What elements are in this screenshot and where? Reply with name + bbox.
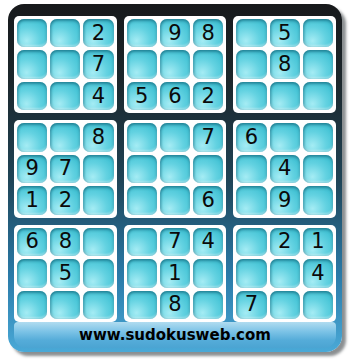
cell-r9c9[interactable] xyxy=(303,291,333,319)
cell-r8c2[interactable]: 5 xyxy=(50,259,80,287)
cell-r1c2[interactable] xyxy=(50,19,80,47)
cell-r8c9[interactable]: 4 xyxy=(303,259,333,287)
cell-r7c7[interactable] xyxy=(236,228,266,256)
cell-r6c5[interactable] xyxy=(160,186,190,214)
cell-r9c8[interactable] xyxy=(270,291,300,319)
cell-r3c4[interactable]: 5 xyxy=(127,82,157,110)
cell-r3c2[interactable] xyxy=(50,82,80,110)
cell-r1c1[interactable] xyxy=(17,19,47,47)
box-r3c3: 2 1 4 7 xyxy=(233,225,336,322)
cell-r4c3[interactable]: 8 xyxy=(83,123,113,151)
cell-r5c2[interactable]: 7 xyxy=(50,155,80,183)
cell-r4c4[interactable] xyxy=(127,123,157,151)
cell-r3c7[interactable] xyxy=(236,82,266,110)
cell-r4c5[interactable] xyxy=(160,123,190,151)
cell-r5c1[interactable]: 9 xyxy=(17,155,47,183)
cell-r4c9[interactable] xyxy=(303,123,333,151)
box-r1c2: 9 8 5 6 2 xyxy=(124,16,227,113)
cell-r5c4[interactable] xyxy=(127,155,157,183)
cell-r7c6[interactable]: 4 xyxy=(193,228,223,256)
box-r3c1: 6 8 5 xyxy=(14,225,117,322)
cell-r7c9[interactable]: 1 xyxy=(303,228,333,256)
cell-r8c1[interactable] xyxy=(17,259,47,287)
cell-r3c6[interactable]: 2 xyxy=(193,82,223,110)
cell-r2c8[interactable]: 8 xyxy=(270,50,300,78)
sudoku-grid: 2 7 4 9 8 5 6 2 5 8 xyxy=(14,16,336,322)
cell-r7c4[interactable] xyxy=(127,228,157,256)
cell-r6c8[interactable]: 9 xyxy=(270,186,300,214)
cell-r7c8[interactable]: 2 xyxy=(270,228,300,256)
cell-r2c1[interactable] xyxy=(17,50,47,78)
cell-r9c2[interactable] xyxy=(50,291,80,319)
cell-r4c1[interactable] xyxy=(17,123,47,151)
cell-r8c7[interactable] xyxy=(236,259,266,287)
box-r2c2: 7 6 xyxy=(124,120,227,217)
cell-r3c3[interactable]: 4 xyxy=(83,82,113,110)
box-r2c1: 8 9 7 1 2 xyxy=(14,120,117,217)
cell-r8c6[interactable] xyxy=(193,259,223,287)
cell-r6c6[interactable]: 6 xyxy=(193,186,223,214)
cell-r6c3[interactable] xyxy=(83,186,113,214)
cell-r4c6[interactable]: 7 xyxy=(193,123,223,151)
cell-r9c3[interactable] xyxy=(83,291,113,319)
cell-r5c6[interactable] xyxy=(193,155,223,183)
cell-r1c9[interactable] xyxy=(303,19,333,47)
website-link[interactable]: www.sudokusweb.com xyxy=(79,326,271,344)
cell-r1c7[interactable] xyxy=(236,19,266,47)
cell-r6c9[interactable] xyxy=(303,186,333,214)
cell-r5c3[interactable] xyxy=(83,155,113,183)
cell-r1c6[interactable]: 8 xyxy=(193,19,223,47)
cell-r5c9[interactable] xyxy=(303,155,333,183)
cell-r2c3[interactable]: 7 xyxy=(83,50,113,78)
cell-r8c4[interactable] xyxy=(127,259,157,287)
cell-r8c5[interactable]: 1 xyxy=(160,259,190,287)
footer-bar: www.sudokusweb.com xyxy=(14,322,336,348)
cell-r9c4[interactable] xyxy=(127,291,157,319)
cell-r3c5[interactable]: 6 xyxy=(160,82,190,110)
cell-r5c8[interactable]: 4 xyxy=(270,155,300,183)
cell-r1c5[interactable]: 9 xyxy=(160,19,190,47)
cell-r6c4[interactable] xyxy=(127,186,157,214)
cell-r3c1[interactable] xyxy=(17,82,47,110)
cell-r7c3[interactable] xyxy=(83,228,113,256)
cell-r7c2[interactable]: 8 xyxy=(50,228,80,256)
cell-r7c5[interactable]: 7 xyxy=(160,228,190,256)
sudoku-board: 2 7 4 9 8 5 6 2 5 8 xyxy=(8,4,342,352)
cell-r9c5[interactable]: 8 xyxy=(160,291,190,319)
cell-r6c1[interactable]: 1 xyxy=(17,186,47,214)
cell-r7c1[interactable]: 6 xyxy=(17,228,47,256)
box-r1c1: 2 7 4 xyxy=(14,16,117,113)
cell-r4c2[interactable] xyxy=(50,123,80,151)
cell-r8c3[interactable] xyxy=(83,259,113,287)
cell-r1c3[interactable]: 2 xyxy=(83,19,113,47)
cell-r6c2[interactable]: 2 xyxy=(50,186,80,214)
box-r3c2: 7 4 1 8 xyxy=(124,225,227,322)
cell-r3c9[interactable] xyxy=(303,82,333,110)
cell-r2c2[interactable] xyxy=(50,50,80,78)
cell-r8c8[interactable] xyxy=(270,259,300,287)
cell-r4c7[interactable]: 6 xyxy=(236,123,266,151)
cell-r9c1[interactable] xyxy=(17,291,47,319)
cell-r2c7[interactable] xyxy=(236,50,266,78)
box-r2c3: 6 4 9 xyxy=(233,120,336,217)
cell-r2c4[interactable] xyxy=(127,50,157,78)
box-r1c3: 5 8 xyxy=(233,16,336,113)
cell-r2c9[interactable] xyxy=(303,50,333,78)
cell-r9c7[interactable]: 7 xyxy=(236,291,266,319)
cell-r5c7[interactable] xyxy=(236,155,266,183)
cell-r1c8[interactable]: 5 xyxy=(270,19,300,47)
cell-r3c8[interactable] xyxy=(270,82,300,110)
cell-r5c5[interactable] xyxy=(160,155,190,183)
cell-r1c4[interactable] xyxy=(127,19,157,47)
cell-r4c8[interactable] xyxy=(270,123,300,151)
cell-r9c6[interactable] xyxy=(193,291,223,319)
cell-r2c6[interactable] xyxy=(193,50,223,78)
cell-r6c7[interactable] xyxy=(236,186,266,214)
cell-r2c5[interactable] xyxy=(160,50,190,78)
